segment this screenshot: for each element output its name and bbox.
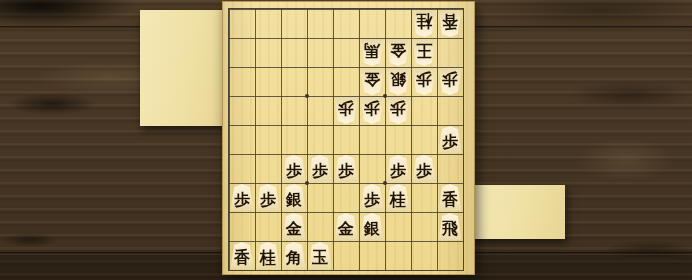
piece-kanji: 歩: [338, 163, 354, 179]
piece-king-6i[interactable]: 玉: [308, 242, 332, 269]
piece-pawn-2f[interactable]: 歩: [412, 155, 436, 182]
piece-silver-4h[interactable]: 銀: [360, 213, 384, 240]
piece-pawn-3d[interactable]: 歩: [386, 97, 410, 124]
piece-gold-3b[interactable]: 金: [386, 39, 410, 66]
piece-kanji: 桂: [416, 14, 432, 30]
piece-lance-1g[interactable]: 香: [438, 184, 462, 211]
piece-pawn-1e[interactable]: 歩: [438, 126, 462, 153]
piece-silver-3c[interactable]: 銀: [386, 68, 410, 95]
left-piece-stand: [140, 10, 226, 126]
piece-lance-9i[interactable]: 香: [230, 242, 254, 269]
piece-kanji: 金: [338, 221, 354, 237]
pieces-layer: 桂香馬金王金銀歩歩歩歩歩歩歩歩歩歩歩歩歩銀歩桂香金金銀飛香桂角玉: [229, 9, 463, 270]
piece-pawn-4d[interactable]: 歩: [360, 97, 384, 124]
wood-grain-highlight: [560, 130, 690, 190]
piece-pawn-7f[interactable]: 歩: [282, 155, 306, 182]
piece-king-2b[interactable]: 王: [412, 39, 436, 66]
piece-kanji: 歩: [286, 163, 302, 179]
piece-kanji: 歩: [390, 163, 406, 179]
piece-kanji: 歩: [416, 163, 432, 179]
piece-knight-8i[interactable]: 桂: [256, 242, 280, 269]
piece-kanji: 歩: [390, 101, 406, 117]
piece-kanji: 歩: [416, 72, 432, 88]
piece-kanji: 玉: [312, 250, 328, 266]
piece-kanji: 金: [390, 43, 406, 59]
piece-lance-1a[interactable]: 香: [438, 10, 462, 37]
piece-knight-3g[interactable]: 桂: [386, 184, 410, 211]
piece-kanji: 歩: [442, 134, 458, 150]
piece-pawn-5f[interactable]: 歩: [334, 155, 358, 182]
piece-knight-2a[interactable]: 桂: [412, 10, 436, 37]
piece-gold-5h[interactable]: 金: [334, 213, 358, 240]
piece-pawn-6f[interactable]: 歩: [308, 155, 332, 182]
piece-kanji: 銀: [390, 72, 406, 88]
piece-kanji: 王: [416, 43, 432, 59]
piece-kanji: 桂: [390, 192, 406, 208]
piece-kanji: 銀: [364, 221, 380, 237]
piece-rook-1h[interactable]: 飛: [438, 213, 462, 240]
table-surface: 桂香馬金王金銀歩歩歩歩歩歩歩歩歩歩歩歩歩銀歩桂香金金銀飛香桂角玉: [0, 0, 692, 280]
piece-pawn-5d[interactable]: 歩: [334, 97, 358, 124]
board-grid: 桂香馬金王金銀歩歩歩歩歩歩歩歩歩歩歩歩歩銀歩桂香金金銀飛香桂角玉: [228, 8, 464, 271]
piece-silver-7g[interactable]: 銀: [282, 184, 306, 211]
piece-kanji: 馬: [364, 43, 380, 59]
piece-kanji: 歩: [364, 192, 380, 208]
piece-pawn-1c[interactable]: 歩: [438, 68, 462, 95]
piece-kanji: 歩: [442, 72, 458, 88]
piece-kanji: 桂: [260, 250, 276, 266]
piece-kanji: 歩: [338, 101, 354, 117]
piece-kanji: 香: [234, 250, 250, 266]
piece-promoted-bishop-4b[interactable]: 馬: [360, 39, 384, 66]
piece-kanji: 歩: [312, 163, 328, 179]
piece-kanji: 角: [286, 250, 302, 266]
piece-gold-4c[interactable]: 金: [360, 68, 384, 95]
piece-kanji: 香: [442, 192, 458, 208]
piece-pawn-9g[interactable]: 歩: [230, 184, 254, 211]
piece-kanji: 金: [364, 72, 380, 88]
piece-kanji: 香: [442, 14, 458, 30]
piece-kanji: 歩: [260, 192, 276, 208]
piece-gold-7h[interactable]: 金: [282, 213, 306, 240]
shogi-board: 桂香馬金王金銀歩歩歩歩歩歩歩歩歩歩歩歩歩銀歩桂香金金銀飛香桂角玉: [222, 1, 475, 275]
piece-pawn-8g[interactable]: 歩: [256, 184, 280, 211]
piece-bishop-7i[interactable]: 角: [282, 242, 306, 269]
piece-kanji: 歩: [234, 192, 250, 208]
piece-kanji: 銀: [286, 192, 302, 208]
piece-kanji: 金: [286, 221, 302, 237]
piece-kanji: 歩: [364, 101, 380, 117]
piece-pawn-4g[interactable]: 歩: [360, 184, 384, 211]
piece-kanji: 飛: [442, 221, 458, 237]
piece-pawn-2c[interactable]: 歩: [412, 68, 436, 95]
right-piece-stand: [470, 185, 565, 239]
piece-pawn-3f[interactable]: 歩: [386, 155, 410, 182]
